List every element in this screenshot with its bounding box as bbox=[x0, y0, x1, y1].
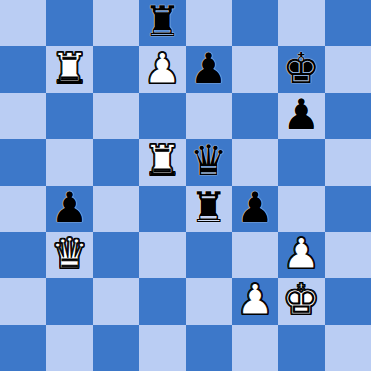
square-h4[interactable] bbox=[325, 186, 371, 232]
square-a3[interactable] bbox=[0, 232, 46, 278]
square-a2[interactable] bbox=[0, 278, 46, 324]
square-h6[interactable] bbox=[325, 93, 371, 139]
square-g7[interactable]: ♚ bbox=[278, 46, 324, 92]
square-f6[interactable] bbox=[232, 93, 278, 139]
square-e3[interactable] bbox=[186, 232, 232, 278]
square-c8[interactable] bbox=[93, 0, 139, 46]
square-e1[interactable] bbox=[186, 325, 232, 371]
square-b4[interactable]: ♟ bbox=[46, 186, 92, 232]
square-a1[interactable] bbox=[0, 325, 46, 371]
square-a6[interactable] bbox=[0, 93, 46, 139]
square-h5[interactable] bbox=[325, 139, 371, 185]
piece-white-pawn[interactable]: ♟ bbox=[283, 233, 321, 275]
piece-white-pawn[interactable]: ♟ bbox=[143, 48, 181, 90]
square-b8[interactable] bbox=[46, 0, 92, 46]
square-e4[interactable]: ♜ bbox=[186, 186, 232, 232]
piece-black-queen[interactable]: ♛ bbox=[190, 140, 228, 182]
square-d3[interactable] bbox=[139, 232, 185, 278]
square-c3[interactable] bbox=[93, 232, 139, 278]
square-g5[interactable] bbox=[278, 139, 324, 185]
piece-black-pawn[interactable]: ♟ bbox=[283, 94, 321, 136]
square-e5[interactable]: ♛ bbox=[186, 139, 232, 185]
square-b3[interactable]: ♛ bbox=[46, 232, 92, 278]
piece-black-pawn[interactable]: ♟ bbox=[51, 187, 89, 229]
square-d1[interactable] bbox=[139, 325, 185, 371]
square-e6[interactable] bbox=[186, 93, 232, 139]
square-a8[interactable] bbox=[0, 0, 46, 46]
square-d2[interactable] bbox=[139, 278, 185, 324]
square-e8[interactable] bbox=[186, 0, 232, 46]
square-d4[interactable] bbox=[139, 186, 185, 232]
piece-white-rook[interactable]: ♜ bbox=[51, 48, 89, 90]
square-a4[interactable] bbox=[0, 186, 46, 232]
square-a7[interactable] bbox=[0, 46, 46, 92]
square-d7[interactable]: ♟ bbox=[139, 46, 185, 92]
square-h3[interactable] bbox=[325, 232, 371, 278]
square-f5[interactable] bbox=[232, 139, 278, 185]
square-c2[interactable] bbox=[93, 278, 139, 324]
square-b1[interactable] bbox=[46, 325, 92, 371]
square-h8[interactable] bbox=[325, 0, 371, 46]
piece-black-pawn[interactable]: ♟ bbox=[236, 187, 274, 229]
square-f1[interactable] bbox=[232, 325, 278, 371]
square-f8[interactable] bbox=[232, 0, 278, 46]
square-a5[interactable] bbox=[0, 139, 46, 185]
square-f7[interactable] bbox=[232, 46, 278, 92]
piece-black-pawn[interactable]: ♟ bbox=[190, 48, 228, 90]
square-g8[interactable] bbox=[278, 0, 324, 46]
square-f3[interactable] bbox=[232, 232, 278, 278]
square-g6[interactable]: ♟ bbox=[278, 93, 324, 139]
square-h2[interactable] bbox=[325, 278, 371, 324]
square-h7[interactable] bbox=[325, 46, 371, 92]
chess-board-window: ♜♜♟♟♚♟♜♛♟♜♟♛♟♟♚ bbox=[0, 0, 371, 371]
square-h1[interactable] bbox=[325, 325, 371, 371]
square-d5[interactable]: ♜ bbox=[139, 139, 185, 185]
square-b2[interactable] bbox=[46, 278, 92, 324]
square-d6[interactable] bbox=[139, 93, 185, 139]
square-b6[interactable] bbox=[46, 93, 92, 139]
square-b5[interactable] bbox=[46, 139, 92, 185]
square-g4[interactable] bbox=[278, 186, 324, 232]
piece-white-rook[interactable]: ♜ bbox=[143, 140, 181, 182]
square-c1[interactable] bbox=[93, 325, 139, 371]
square-e7[interactable]: ♟ bbox=[186, 46, 232, 92]
square-f2[interactable]: ♟ bbox=[232, 278, 278, 324]
square-d8[interactable]: ♜ bbox=[139, 0, 185, 46]
piece-white-queen[interactable]: ♛ bbox=[51, 233, 89, 275]
square-g3[interactable]: ♟ bbox=[278, 232, 324, 278]
square-c5[interactable] bbox=[93, 139, 139, 185]
piece-black-rook[interactable]: ♜ bbox=[190, 187, 228, 229]
square-c6[interactable] bbox=[93, 93, 139, 139]
piece-white-king[interactable]: ♚ bbox=[283, 279, 321, 321]
square-c7[interactable] bbox=[93, 46, 139, 92]
square-g1[interactable] bbox=[278, 325, 324, 371]
chess-board: ♜♜♟♟♚♟♜♛♟♜♟♛♟♟♚ bbox=[0, 0, 371, 371]
square-f4[interactable]: ♟ bbox=[232, 186, 278, 232]
square-b7[interactable]: ♜ bbox=[46, 46, 92, 92]
square-e2[interactable] bbox=[186, 278, 232, 324]
square-c4[interactable] bbox=[93, 186, 139, 232]
piece-black-king[interactable]: ♚ bbox=[283, 48, 321, 90]
piece-white-pawn[interactable]: ♟ bbox=[236, 279, 274, 321]
square-g2[interactable]: ♚ bbox=[278, 278, 324, 324]
piece-black-rook[interactable]: ♜ bbox=[143, 1, 181, 43]
